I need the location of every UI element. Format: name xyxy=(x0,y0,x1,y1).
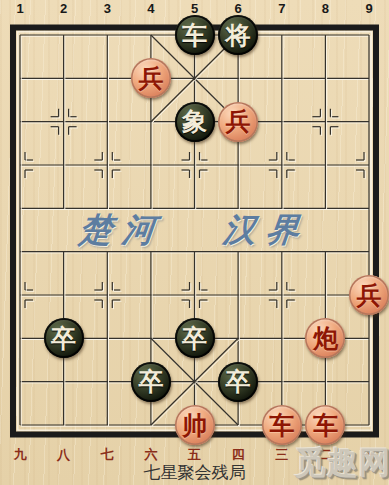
file-label-top-4: 4 xyxy=(141,1,161,16)
file-label-top-1: 1 xyxy=(10,1,30,16)
file-label-top-9: 9 xyxy=(359,1,379,16)
piece-black-general[interactable]: 将 xyxy=(218,15,258,55)
piece-red-soldier[interactable]: 兵 xyxy=(131,58,171,98)
piece-red-soldier[interactable]: 兵 xyxy=(349,275,389,315)
piece-black-soldier[interactable]: 卒 xyxy=(218,362,258,402)
piece-black-soldier[interactable]: 卒 xyxy=(175,318,215,358)
piece-red-general[interactable]: 帅 xyxy=(175,405,215,445)
piece-black-soldier[interactable]: 卒 xyxy=(44,318,84,358)
watermark: 觅趣网 xyxy=(295,442,389,484)
file-label-top-7: 7 xyxy=(272,1,292,16)
file-label-top-2: 2 xyxy=(54,1,74,16)
piece-black-elephant[interactable]: 象 xyxy=(175,102,215,142)
file-label-top-8: 8 xyxy=(315,1,335,16)
piece-black-soldier[interactable]: 卒 xyxy=(131,362,171,402)
file-label-top-5: 5 xyxy=(185,1,205,16)
file-label-top-6: 6 xyxy=(228,1,248,16)
piece-red-chariot[interactable]: 车 xyxy=(262,405,302,445)
file-label-top-3: 3 xyxy=(97,1,117,16)
river-label-chu-he: 楚河 xyxy=(77,208,168,253)
piece-red-soldier[interactable]: 兵 xyxy=(218,102,258,142)
xiangqi-board-app: 123456789 楚河 汉界 车将兵象兵兵卒卒炮卒卒帅车车 九八七六五四三二一… xyxy=(0,0,389,485)
piece-black-chariot[interactable]: 车 xyxy=(175,15,215,55)
river-label-han-jie: 汉界 xyxy=(221,208,312,253)
